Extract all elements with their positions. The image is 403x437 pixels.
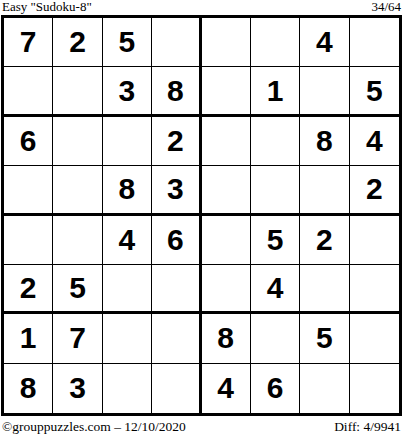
puzzle-counter: 34/64 bbox=[371, 0, 401, 14]
cell-r5c1[interactable] bbox=[4, 216, 53, 265]
cell-r8c8[interactable] bbox=[350, 364, 399, 413]
cell-r3c3[interactable] bbox=[103, 117, 152, 166]
cell-r4c1[interactable] bbox=[4, 166, 53, 215]
cell-r6c6[interactable]: 4 bbox=[251, 265, 300, 314]
cell-r4c3[interactable]: 8 bbox=[103, 166, 152, 215]
cell-r4c8[interactable]: 2 bbox=[350, 166, 399, 215]
cell-r3c6[interactable] bbox=[251, 117, 300, 166]
cell-r8c4[interactable] bbox=[152, 364, 201, 413]
cell-r8c6[interactable]: 6 bbox=[251, 364, 300, 413]
cell-r8c3[interactable] bbox=[103, 364, 152, 413]
cell-r6c5[interactable] bbox=[202, 265, 251, 314]
cell-r5c6[interactable]: 5 bbox=[251, 216, 300, 265]
cell-r6c2[interactable]: 5 bbox=[53, 265, 102, 314]
cell-r6c3[interactable] bbox=[103, 265, 152, 314]
cell-r5c4[interactable]: 6 bbox=[152, 216, 201, 265]
cell-r5c8[interactable] bbox=[350, 216, 399, 265]
cell-r4c4[interactable]: 3 bbox=[152, 166, 201, 215]
cell-r4c7[interactable] bbox=[300, 166, 349, 215]
cell-r4c2[interactable] bbox=[53, 166, 102, 215]
cell-r5c5[interactable] bbox=[202, 216, 251, 265]
cell-r5c3[interactable]: 4 bbox=[103, 216, 152, 265]
cell-r7c1[interactable]: 1 bbox=[4, 314, 53, 363]
cell-r2c7[interactable] bbox=[300, 67, 349, 116]
cell-r4c5[interactable] bbox=[202, 166, 251, 215]
cell-r1c4[interactable] bbox=[152, 18, 201, 67]
cell-r2c5[interactable] bbox=[202, 67, 251, 116]
puzzle-page: Easy "Sudoku-8" 34/64 7 2 5 4 3 8 1 5 6 … bbox=[0, 0, 403, 437]
header: Easy "Sudoku-8" 34/64 bbox=[2, 0, 401, 14]
cell-r6c8[interactable] bbox=[350, 265, 399, 314]
cell-r7c3[interactable] bbox=[103, 314, 152, 363]
cell-r1c6[interactable] bbox=[251, 18, 300, 67]
cell-r7c6[interactable] bbox=[251, 314, 300, 363]
cell-r2c4[interactable]: 8 bbox=[152, 67, 201, 116]
sudoku-board: 7 2 5 4 3 8 1 5 6 2 8 4 8 3 2 4 6 bbox=[1, 15, 402, 416]
cell-r2c2[interactable] bbox=[53, 67, 102, 116]
footer: ©grouppuzzles.com – 12/10/2020 Diff: 4/9… bbox=[2, 419, 401, 435]
cell-r3c2[interactable] bbox=[53, 117, 102, 166]
cell-r7c8[interactable] bbox=[350, 314, 399, 363]
cell-r2c3[interactable]: 3 bbox=[103, 67, 152, 116]
cell-r1c5[interactable] bbox=[202, 18, 251, 67]
copyright-text: ©grouppuzzles.com – 12/10/2020 bbox=[2, 419, 186, 435]
cell-r1c1[interactable]: 7 bbox=[4, 18, 53, 67]
cell-r3c4[interactable]: 2 bbox=[152, 117, 201, 166]
cell-r2c8[interactable]: 5 bbox=[350, 67, 399, 116]
cell-r7c7[interactable]: 5 bbox=[300, 314, 349, 363]
cell-r1c7[interactable]: 4 bbox=[300, 18, 349, 67]
cell-r8c2[interactable]: 3 bbox=[53, 364, 102, 413]
cell-r8c5[interactable]: 4 bbox=[202, 364, 251, 413]
cell-r2c1[interactable] bbox=[4, 67, 53, 116]
cell-r1c8[interactable] bbox=[350, 18, 399, 67]
cell-r3c5[interactable] bbox=[202, 117, 251, 166]
cell-r1c3[interactable]: 5 bbox=[103, 18, 152, 67]
cell-r3c8[interactable]: 4 bbox=[350, 117, 399, 166]
cell-r7c5[interactable]: 8 bbox=[202, 314, 251, 363]
cell-r2c6[interactable]: 1 bbox=[251, 67, 300, 116]
cell-r6c1[interactable]: 2 bbox=[4, 265, 53, 314]
cell-r8c7[interactable] bbox=[300, 364, 349, 413]
cell-r5c2[interactable] bbox=[53, 216, 102, 265]
cell-r7c4[interactable] bbox=[152, 314, 201, 363]
puzzle-title: Easy "Sudoku-8" bbox=[2, 0, 92, 14]
cell-r6c4[interactable] bbox=[152, 265, 201, 314]
cell-r1c2[interactable]: 2 bbox=[53, 18, 102, 67]
cell-r6c7[interactable] bbox=[300, 265, 349, 314]
cell-r4c6[interactable] bbox=[251, 166, 300, 215]
cell-r7c2[interactable]: 7 bbox=[53, 314, 102, 363]
difficulty-text: Diff: 4/9941 bbox=[334, 419, 401, 435]
cell-r3c1[interactable]: 6 bbox=[4, 117, 53, 166]
cell-r8c1[interactable]: 8 bbox=[4, 364, 53, 413]
cell-r3c7[interactable]: 8 bbox=[300, 117, 349, 166]
cell-r5c7[interactable]: 2 bbox=[300, 216, 349, 265]
